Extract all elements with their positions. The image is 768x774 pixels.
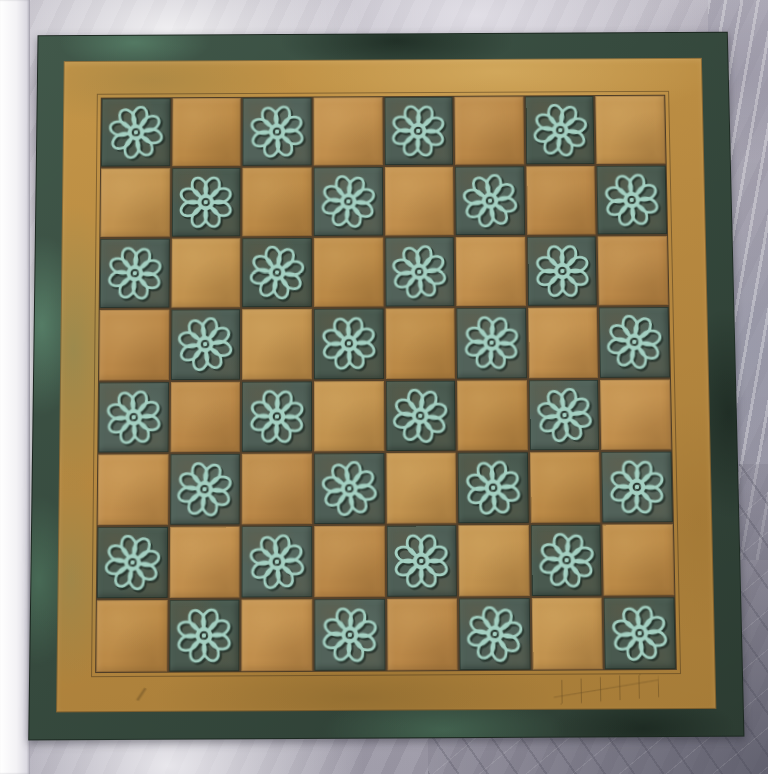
square-b6[interactable] bbox=[171, 238, 241, 307]
square-d7[interactable] bbox=[314, 167, 383, 236]
rosette-icon bbox=[531, 525, 601, 596]
square-f4[interactable] bbox=[457, 380, 528, 451]
square-f7[interactable] bbox=[455, 166, 525, 235]
square-e2[interactable] bbox=[386, 525, 457, 597]
rosette-icon bbox=[528, 379, 600, 451]
square-a2[interactable] bbox=[97, 527, 168, 599]
square-c6[interactable] bbox=[242, 238, 311, 307]
square-g2[interactable] bbox=[531, 524, 602, 596]
square-d3[interactable] bbox=[314, 453, 384, 524]
square-g8[interactable] bbox=[525, 96, 595, 164]
rosette-icon bbox=[598, 167, 666, 234]
board-brass-margin bbox=[56, 58, 716, 713]
square-h5[interactable] bbox=[599, 307, 670, 377]
rosette-icon bbox=[314, 168, 383, 236]
square-b5[interactable] bbox=[171, 310, 241, 380]
square-g7[interactable] bbox=[526, 166, 596, 235]
square-d2[interactable] bbox=[314, 525, 385, 597]
square-f6[interactable] bbox=[456, 237, 526, 306]
square-h6[interactable] bbox=[598, 236, 668, 305]
square-e4[interactable] bbox=[386, 380, 456, 451]
square-c2[interactable] bbox=[242, 526, 312, 598]
rosette-icon bbox=[242, 526, 312, 597]
rosette-icon bbox=[100, 97, 172, 168]
rosette-icon bbox=[453, 165, 526, 237]
square-g6[interactable] bbox=[527, 237, 597, 306]
rosette-icon bbox=[385, 380, 456, 451]
rosette-icon bbox=[244, 383, 310, 449]
rosette-icon bbox=[386, 99, 451, 163]
square-h4[interactable] bbox=[600, 379, 671, 450]
square-e8[interactable] bbox=[384, 97, 453, 165]
square-d4[interactable] bbox=[314, 381, 384, 452]
rosette-icon bbox=[241, 237, 314, 309]
square-b1[interactable] bbox=[169, 599, 240, 671]
square-d1[interactable] bbox=[314, 599, 385, 671]
rosette-icon bbox=[312, 451, 386, 525]
square-a3[interactable] bbox=[98, 454, 169, 525]
square-a4[interactable] bbox=[98, 382, 168, 453]
square-f2[interactable] bbox=[458, 525, 529, 597]
rosette-icon bbox=[95, 525, 169, 599]
rosette-icon bbox=[525, 96, 595, 165]
square-b8[interactable] bbox=[172, 98, 241, 166]
square-c4[interactable] bbox=[242, 381, 312, 452]
rosette-icon bbox=[316, 311, 382, 377]
square-a5[interactable] bbox=[99, 310, 169, 380]
square-c7[interactable] bbox=[243, 168, 312, 237]
marble-left-band bbox=[0, 0, 30, 774]
square-g3[interactable] bbox=[530, 452, 601, 523]
rosette-icon bbox=[171, 602, 238, 670]
rosette-icon bbox=[101, 240, 169, 307]
square-b7[interactable] bbox=[171, 168, 240, 237]
rosette-icon bbox=[170, 454, 240, 524]
square-h1[interactable] bbox=[604, 597, 676, 669]
square-h3[interactable] bbox=[602, 451, 673, 522]
square-d5[interactable] bbox=[314, 309, 384, 379]
rosette-icon bbox=[530, 240, 595, 303]
rosette-icon bbox=[604, 597, 676, 669]
square-e5[interactable] bbox=[385, 308, 455, 378]
rosette-icon bbox=[605, 454, 670, 520]
square-b3[interactable] bbox=[170, 453, 240, 524]
rosette-icon bbox=[389, 528, 454, 593]
rosette-icon bbox=[598, 306, 670, 378]
square-f8[interactable] bbox=[455, 96, 524, 164]
square-e1[interactable] bbox=[387, 598, 458, 670]
square-h2[interactable] bbox=[603, 524, 675, 596]
square-g4[interactable] bbox=[529, 379, 600, 450]
board-grid bbox=[95, 95, 677, 673]
rosette-icon bbox=[458, 310, 525, 377]
rosette-icon bbox=[458, 597, 532, 672]
square-e7[interactable] bbox=[384, 167, 453, 236]
square-e6[interactable] bbox=[385, 237, 455, 306]
square-c3[interactable] bbox=[242, 453, 312, 524]
rosette-icon bbox=[315, 600, 384, 669]
rosette-icon bbox=[170, 309, 241, 380]
square-f5[interactable] bbox=[456, 308, 526, 378]
square-e3[interactable] bbox=[386, 452, 457, 523]
square-g1[interactable] bbox=[532, 598, 604, 670]
rosette-icon bbox=[174, 171, 238, 234]
square-d8[interactable] bbox=[313, 97, 382, 165]
rosette-icon bbox=[459, 453, 528, 522]
square-h8[interactable] bbox=[596, 96, 666, 164]
square-a7[interactable] bbox=[100, 168, 170, 237]
square-d6[interactable] bbox=[314, 238, 383, 307]
square-c5[interactable] bbox=[242, 309, 312, 379]
square-g5[interactable] bbox=[528, 308, 599, 378]
square-h7[interactable] bbox=[597, 166, 667, 235]
game-board bbox=[28, 32, 744, 741]
scuff-mark bbox=[120, 680, 163, 710]
square-c1[interactable] bbox=[242, 599, 313, 671]
scratched-inscription bbox=[552, 673, 659, 706]
square-f3[interactable] bbox=[458, 452, 529, 523]
square-a8[interactable] bbox=[101, 98, 170, 166]
rosette-icon bbox=[244, 99, 311, 165]
square-b4[interactable] bbox=[170, 381, 240, 452]
rosette-icon bbox=[385, 238, 455, 307]
square-c8[interactable] bbox=[243, 98, 312, 166]
rosette-icon bbox=[100, 383, 168, 451]
square-f1[interactable] bbox=[459, 598, 530, 670]
square-a1[interactable] bbox=[96, 600, 167, 672]
square-a6[interactable] bbox=[100, 239, 170, 308]
square-b2[interactable] bbox=[169, 526, 240, 598]
